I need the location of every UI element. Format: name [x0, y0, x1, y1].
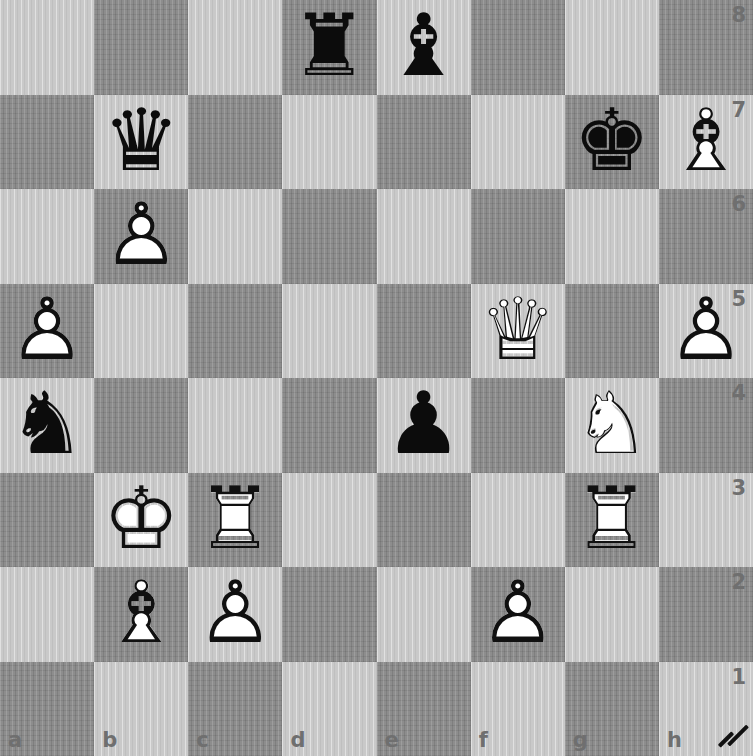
- square-d1[interactable]: d: [282, 662, 376, 756]
- file-label-h: h: [667, 730, 682, 751]
- piece-black-queen[interactable]: ♛: [94, 95, 188, 190]
- square-h5[interactable]: 5♟♙: [659, 284, 753, 379]
- file-label-g: g: [573, 730, 588, 751]
- square-c7[interactable]: [188, 95, 282, 190]
- resize-grip-icon[interactable]: [716, 720, 750, 752]
- square-f6[interactable]: [471, 189, 565, 284]
- piece-glyph: ♞: [9, 381, 86, 467]
- square-h2[interactable]: 2: [659, 567, 753, 662]
- piece-white-queen[interactable]: ♛♕: [471, 284, 565, 379]
- square-c4[interactable]: [188, 378, 282, 473]
- square-c1[interactable]: c: [188, 662, 282, 756]
- piece-white-knight[interactable]: ♞♘: [565, 378, 659, 473]
- rank-label-6: 6: [731, 194, 746, 215]
- piece-black-rook[interactable]: ♜: [282, 0, 376, 95]
- square-a6[interactable]: [0, 189, 94, 284]
- piece-outline-glyph: ♙: [103, 192, 180, 278]
- file-label-a: a: [8, 730, 22, 751]
- square-b8[interactable]: [94, 0, 188, 95]
- square-f4[interactable]: [471, 378, 565, 473]
- square-d4[interactable]: [282, 378, 376, 473]
- square-c2[interactable]: ♟♙: [188, 567, 282, 662]
- file-label-f: f: [479, 730, 488, 751]
- square-b6[interactable]: ♟♙: [94, 189, 188, 284]
- piece-black-knight[interactable]: ♞: [0, 378, 94, 473]
- square-f8[interactable]: [471, 0, 565, 95]
- square-h6[interactable]: 6: [659, 189, 753, 284]
- square-d6[interactable]: [282, 189, 376, 284]
- square-g6[interactable]: [565, 189, 659, 284]
- piece-black-king[interactable]: ♚: [565, 95, 659, 190]
- square-h8[interactable]: 8: [659, 0, 753, 95]
- piece-glyph: ♟: [385, 381, 462, 467]
- square-a7[interactable]: [0, 95, 94, 190]
- square-e7[interactable]: [377, 95, 471, 190]
- piece-white-bishop[interactable]: ♝♗: [659, 95, 753, 190]
- square-b7[interactable]: ♛: [94, 95, 188, 190]
- square-c3[interactable]: ♜♖: [188, 473, 282, 568]
- file-label-b: b: [102, 730, 117, 751]
- rank-label-2: 2: [731, 572, 746, 593]
- square-d2[interactable]: [282, 567, 376, 662]
- piece-outline-glyph: ♗: [667, 97, 744, 183]
- rank-label-3: 3: [731, 478, 746, 499]
- square-h7[interactable]: 7♝♗: [659, 95, 753, 190]
- piece-outline-glyph: ♙: [479, 570, 556, 656]
- square-b2[interactable]: ♝♗: [94, 567, 188, 662]
- piece-glyph: ♜: [291, 3, 368, 89]
- rank-label-1: 1: [731, 667, 746, 688]
- square-g4[interactable]: ♞♘: [565, 378, 659, 473]
- piece-outline-glyph: ♖: [573, 475, 650, 561]
- piece-outline-glyph: ♗: [103, 570, 180, 656]
- piece-outline-glyph: ♘: [573, 381, 650, 467]
- square-a5[interactable]: ♟♙: [0, 284, 94, 379]
- square-c6[interactable]: [188, 189, 282, 284]
- piece-white-pawn[interactable]: ♟♙: [94, 189, 188, 284]
- piece-white-rook[interactable]: ♜♖: [565, 473, 659, 568]
- piece-outline-glyph: ♔: [103, 475, 180, 561]
- square-a4[interactable]: ♞: [0, 378, 94, 473]
- square-b3[interactable]: ♚♔: [94, 473, 188, 568]
- square-g8[interactable]: [565, 0, 659, 95]
- piece-glyph: ♛: [103, 97, 180, 183]
- piece-outline-glyph: ♕: [479, 286, 556, 372]
- square-b4[interactable]: [94, 378, 188, 473]
- piece-glyph: ♝: [385, 3, 462, 89]
- square-h3[interactable]: 3: [659, 473, 753, 568]
- piece-white-rook[interactable]: ♜♖: [188, 473, 282, 568]
- square-h4[interactable]: 4: [659, 378, 753, 473]
- square-e3[interactable]: [377, 473, 471, 568]
- file-label-c: c: [196, 730, 208, 751]
- square-f1[interactable]: f: [471, 662, 565, 756]
- square-a1[interactable]: a: [0, 662, 94, 756]
- file-label-e: e: [385, 730, 399, 751]
- square-b5[interactable]: [94, 284, 188, 379]
- square-g1[interactable]: g: [565, 662, 659, 756]
- piece-white-bishop[interactable]: ♝♗: [94, 567, 188, 662]
- square-d5[interactable]: [282, 284, 376, 379]
- chess-board-window: ♜♝8♛♚7♝♗♟♙6♟♙♛♕5♟♙♞♟♞♘4♚♔♜♖♜♖3♝♗♟♙♟♙2abc…: [0, 0, 753, 756]
- square-e5[interactable]: [377, 284, 471, 379]
- square-e4[interactable]: ♟: [377, 378, 471, 473]
- square-a8[interactable]: [0, 0, 94, 95]
- piece-black-bishop[interactable]: ♝: [377, 0, 471, 95]
- square-d3[interactable]: [282, 473, 376, 568]
- square-a2[interactable]: [0, 567, 94, 662]
- square-d7[interactable]: [282, 95, 376, 190]
- file-label-d: d: [290, 730, 305, 751]
- square-f2[interactable]: ♟♙: [471, 567, 565, 662]
- square-f5[interactable]: ♛♕: [471, 284, 565, 379]
- piece-white-pawn[interactable]: ♟♙: [471, 567, 565, 662]
- piece-white-pawn[interactable]: ♟♙: [0, 284, 94, 379]
- square-c5[interactable]: [188, 284, 282, 379]
- piece-outline-glyph: ♙: [197, 570, 274, 656]
- square-f3[interactable]: [471, 473, 565, 568]
- square-f7[interactable]: [471, 95, 565, 190]
- square-a3[interactable]: [0, 473, 94, 568]
- square-e8[interactable]: ♝: [377, 0, 471, 95]
- square-e1[interactable]: e: [377, 662, 471, 756]
- square-g2[interactable]: [565, 567, 659, 662]
- square-g7[interactable]: ♚: [565, 95, 659, 190]
- square-e6[interactable]: [377, 189, 471, 284]
- piece-outline-glyph: ♙: [9, 286, 86, 372]
- square-g5[interactable]: [565, 284, 659, 379]
- piece-white-pawn[interactable]: ♟♙: [188, 567, 282, 662]
- chess-board: ♜♝8♛♚7♝♗♟♙6♟♙♛♕5♟♙♞♟♞♘4♚♔♜♖♜♖3♝♗♟♙♟♙2abc…: [0, 0, 753, 756]
- rank-label-4: 4: [731, 383, 746, 404]
- piece-white-king[interactable]: ♚♔: [94, 473, 188, 568]
- rank-label-8: 8: [731, 5, 746, 26]
- square-e2[interactable]: [377, 567, 471, 662]
- square-d8[interactable]: ♜: [282, 0, 376, 95]
- piece-white-pawn[interactable]: ♟♙: [659, 284, 753, 379]
- piece-black-pawn[interactable]: ♟: [377, 378, 471, 473]
- piece-outline-glyph: ♙: [667, 286, 744, 372]
- square-g3[interactable]: ♜♖: [565, 473, 659, 568]
- square-b1[interactable]: b: [94, 662, 188, 756]
- piece-glyph: ♚: [573, 97, 650, 183]
- piece-outline-glyph: ♖: [197, 475, 274, 561]
- square-c8[interactable]: [188, 0, 282, 95]
